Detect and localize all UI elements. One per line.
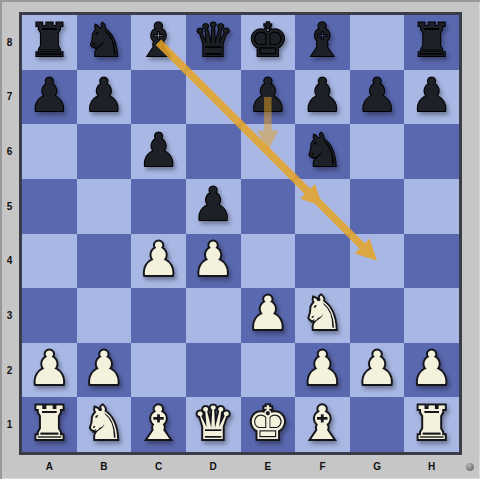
- square-b1[interactable]: ♞♞: [77, 397, 132, 452]
- rank-label-5: 5: [0, 179, 19, 234]
- square-g1[interactable]: [350, 397, 405, 452]
- square-c3[interactable]: [131, 288, 186, 343]
- piece-glyph-fill: ♛: [186, 400, 241, 446]
- piece-black-pawn[interactable]: ♟♟: [404, 70, 459, 125]
- square-g3[interactable]: [350, 288, 405, 343]
- piece-white-queen[interactable]: ♛♛: [186, 397, 241, 452]
- piece-black-pawn[interactable]: ♟♟: [186, 179, 241, 234]
- piece-glyph-fill: ♝: [131, 400, 186, 446]
- piece-white-king[interactable]: ♚♚: [241, 397, 296, 452]
- piece-white-pawn[interactable]: ♟♟: [350, 343, 405, 398]
- square-b8[interactable]: ♞♞: [77, 15, 132, 70]
- square-a8[interactable]: ♜♜: [22, 15, 77, 70]
- file-coordinates: ABCDEFGH: [22, 456, 459, 476]
- piece-glyph-fill: ♟: [131, 236, 186, 282]
- file-label-h: H: [404, 456, 459, 476]
- piece-white-bishop[interactable]: ♝♝: [131, 397, 186, 452]
- piece-glyph-fill: ♟: [22, 72, 77, 118]
- square-e6[interactable]: [241, 124, 296, 179]
- square-h5[interactable]: [404, 179, 459, 234]
- piece-white-rook[interactable]: ♜♜: [404, 397, 459, 452]
- square-h8[interactable]: ♜♜: [404, 15, 459, 70]
- square-c1[interactable]: ♝♝: [131, 397, 186, 452]
- square-d5[interactable]: ♟♟: [186, 179, 241, 234]
- piece-glyph-fill: ♞: [295, 127, 350, 173]
- square-a6[interactable]: [22, 124, 77, 179]
- piece-white-pawn[interactable]: ♟♟: [22, 343, 77, 398]
- rank-label-7: 7: [0, 70, 19, 125]
- file-label-a: A: [22, 456, 77, 476]
- piece-white-pawn[interactable]: ♟♟: [77, 343, 132, 398]
- square-e5[interactable]: [241, 179, 296, 234]
- piece-black-pawn[interactable]: ♟♟: [241, 70, 296, 125]
- square-e1[interactable]: ♚♚: [241, 397, 296, 452]
- square-e4[interactable]: [241, 234, 296, 289]
- piece-glyph-fill: ♟: [186, 181, 241, 227]
- square-g4[interactable]: [350, 234, 405, 289]
- square-e2[interactable]: [241, 343, 296, 398]
- file-label-g: G: [350, 456, 405, 476]
- piece-glyph-fill: ♞: [295, 291, 350, 337]
- piece-glyph-fill: ♚: [241, 17, 296, 63]
- square-g7[interactable]: ♟♟: [350, 70, 405, 125]
- piece-white-pawn[interactable]: ♟♟: [131, 234, 186, 289]
- piece-glyph-fill: ♞: [77, 17, 132, 63]
- piece-glyph-fill: ♟: [350, 345, 405, 391]
- piece-glyph-fill: ♜: [22, 400, 77, 446]
- piece-black-king[interactable]: ♚♚: [241, 15, 296, 70]
- square-c4[interactable]: ♟♟: [131, 234, 186, 289]
- square-a7[interactable]: ♟♟: [22, 70, 77, 125]
- square-d3[interactable]: [186, 288, 241, 343]
- piece-glyph-fill: ♟: [77, 72, 132, 118]
- resize-grip-dot: [466, 463, 474, 471]
- square-f3[interactable]: ♞♞: [295, 288, 350, 343]
- piece-white-pawn[interactable]: ♟♟: [186, 234, 241, 289]
- file-label-b: B: [77, 456, 132, 476]
- square-d6[interactable]: [186, 124, 241, 179]
- square-a3[interactable]: [22, 288, 77, 343]
- square-c7[interactable]: [131, 70, 186, 125]
- piece-glyph-fill: ♜: [404, 400, 459, 446]
- piece-glyph-fill: ♜: [404, 17, 459, 63]
- piece-white-knight[interactable]: ♞♞: [77, 397, 132, 452]
- piece-glyph-fill: ♜: [22, 17, 77, 63]
- chess-board: ♜♜♞♞♝♝♛♛♚♚♝♝♜♜♟♟♟♟♟♟♟♟♟♟♟♟♟♟♞♞♟♟♟♟♟♟♟♟♞♞…: [22, 15, 459, 452]
- piece-glyph-fill: ♚: [241, 400, 296, 446]
- rank-label-6: 6: [0, 124, 19, 179]
- square-d2[interactable]: [186, 343, 241, 398]
- square-b6[interactable]: [77, 124, 132, 179]
- piece-black-rook[interactable]: ♜♜: [22, 15, 77, 70]
- rank-coordinates: 87654321: [0, 15, 19, 452]
- piece-white-pawn[interactable]: ♟♟: [295, 343, 350, 398]
- piece-glyph-fill: ♟: [404, 345, 459, 391]
- square-f6[interactable]: ♞♞: [295, 124, 350, 179]
- square-a4[interactable]: [22, 234, 77, 289]
- piece-black-rook[interactable]: ♜♜: [404, 15, 459, 70]
- file-label-f: F: [295, 456, 350, 476]
- square-b5[interactable]: [77, 179, 132, 234]
- square-d8[interactable]: ♛♛: [186, 15, 241, 70]
- rank-label-3: 3: [0, 288, 19, 343]
- piece-black-pawn[interactable]: ♟♟: [131, 124, 186, 179]
- square-f7[interactable]: ♟♟: [295, 70, 350, 125]
- square-h1[interactable]: ♜♜: [404, 397, 459, 452]
- square-e8[interactable]: ♚♚: [241, 15, 296, 70]
- square-a2[interactable]: ♟♟: [22, 343, 77, 398]
- file-label-d: D: [186, 456, 241, 476]
- square-a5[interactable]: [22, 179, 77, 234]
- piece-black-pawn[interactable]: ♟♟: [350, 70, 405, 125]
- piece-white-knight[interactable]: ♞♞: [295, 288, 350, 343]
- piece-glyph-fill: ♛: [186, 17, 241, 63]
- square-b2[interactable]: ♟♟: [77, 343, 132, 398]
- piece-glyph-fill: ♟: [404, 72, 459, 118]
- piece-white-pawn[interactable]: ♟♟: [404, 343, 459, 398]
- file-label-c: C: [131, 456, 186, 476]
- chess-app-window: 87654321 ♜♜♞♞♝♝♛♛♚♚♝♝♜♜♟♟♟♟♟♟♟♟♟♟♟♟♟♟♞♞♟…: [0, 0, 480, 479]
- square-d1[interactable]: ♛♛: [186, 397, 241, 452]
- piece-black-knight[interactable]: ♞♞: [77, 15, 132, 70]
- square-c5[interactable]: [131, 179, 186, 234]
- rank-label-4: 4: [0, 234, 19, 289]
- piece-glyph-fill: ♝: [131, 17, 186, 63]
- square-f8[interactable]: ♝♝: [295, 15, 350, 70]
- piece-glyph-fill: ♟: [131, 127, 186, 173]
- piece-glyph-fill: ♟: [77, 345, 132, 391]
- piece-white-pawn[interactable]: ♟♟: [241, 288, 296, 343]
- square-g5[interactable]: [350, 179, 405, 234]
- file-label-e: E: [241, 456, 296, 476]
- rank-label-8: 8: [0, 15, 19, 70]
- piece-glyph-fill: ♟: [241, 72, 296, 118]
- square-d7[interactable]: [186, 70, 241, 125]
- square-h2[interactable]: ♟♟: [404, 343, 459, 398]
- piece-black-knight[interactable]: ♞♞: [295, 124, 350, 179]
- square-c8[interactable]: ♝♝: [131, 15, 186, 70]
- square-f2[interactable]: ♟♟: [295, 343, 350, 398]
- piece-black-queen[interactable]: ♛♛: [186, 15, 241, 70]
- piece-black-bishop[interactable]: ♝♝: [131, 15, 186, 70]
- square-h6[interactable]: [404, 124, 459, 179]
- piece-glyph-fill: ♝: [295, 400, 350, 446]
- square-h3[interactable]: [404, 288, 459, 343]
- square-g2[interactable]: ♟♟: [350, 343, 405, 398]
- square-e3[interactable]: ♟♟: [241, 288, 296, 343]
- piece-glyph-fill: ♞: [77, 400, 132, 446]
- piece-black-bishop[interactable]: ♝♝: [295, 15, 350, 70]
- square-d4[interactable]: ♟♟: [186, 234, 241, 289]
- square-b4[interactable]: [77, 234, 132, 289]
- piece-glyph-fill: ♟: [186, 236, 241, 282]
- piece-black-pawn[interactable]: ♟♟: [295, 70, 350, 125]
- board-frame: ♜♜♞♞♝♝♛♛♚♚♝♝♜♜♟♟♟♟♟♟♟♟♟♟♟♟♟♟♞♞♟♟♟♟♟♟♟♟♞♞…: [19, 12, 462, 455]
- square-g8[interactable]: [350, 15, 405, 70]
- piece-glyph-fill: ♟: [241, 291, 296, 337]
- piece-glyph-fill: ♟: [295, 345, 350, 391]
- piece-black-pawn[interactable]: ♟♟: [22, 70, 77, 125]
- square-g6[interactable]: [350, 124, 405, 179]
- piece-glyph-fill: ♝: [295, 17, 350, 63]
- square-a1[interactable]: ♜♜: [22, 397, 77, 452]
- rank-label-2: 2: [0, 343, 19, 398]
- rank-label-1: 1: [0, 397, 19, 452]
- piece-glyph-fill: ♟: [295, 72, 350, 118]
- square-b7[interactable]: ♟♟: [77, 70, 132, 125]
- square-c6[interactable]: ♟♟: [131, 124, 186, 179]
- piece-glyph-fill: ♟: [350, 72, 405, 118]
- piece-glyph-fill: ♟: [22, 345, 77, 391]
- piece-white-rook[interactable]: ♜♜: [22, 397, 77, 452]
- square-h4[interactable]: [404, 234, 459, 289]
- square-h7[interactable]: ♟♟: [404, 70, 459, 125]
- piece-white-bishop[interactable]: ♝♝: [295, 397, 350, 452]
- piece-black-pawn[interactable]: ♟♟: [77, 70, 132, 125]
- square-f5[interactable]: [295, 179, 350, 234]
- square-b3[interactable]: [77, 288, 132, 343]
- square-c2[interactable]: [131, 343, 186, 398]
- square-f4[interactable]: [295, 234, 350, 289]
- square-f1[interactable]: ♝♝: [295, 397, 350, 452]
- square-e7[interactable]: ♟♟: [241, 70, 296, 125]
